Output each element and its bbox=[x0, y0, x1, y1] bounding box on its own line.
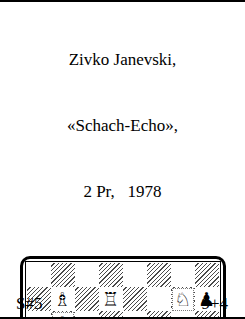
problem-header: Zivko Janevski, «Schach-Echo», 2 Pr, 197… bbox=[0, 0, 245, 247]
stipulation-label: S#5 bbox=[16, 294, 42, 314]
square-f8[interactable] bbox=[147, 263, 171, 287]
square-d8[interactable] bbox=[99, 263, 123, 287]
award-line: 2 Pr, 1978 bbox=[0, 181, 245, 203]
square-g8[interactable] bbox=[171, 263, 195, 287]
square-a8[interactable] bbox=[27, 263, 51, 287]
author-line: Zivko Janevski, bbox=[0, 49, 245, 71]
chess-problem-page: Zivko Janevski, «Schach-Echo», 2 Pr, 197… bbox=[0, 0, 245, 319]
square-b8[interactable] bbox=[51, 263, 75, 287]
source-line: «Schach-Echo», bbox=[0, 115, 245, 137]
material-count: 9+4 bbox=[201, 294, 228, 314]
caption-row: S#5 9+4 bbox=[0, 294, 245, 314]
top-rule bbox=[0, 0, 245, 2]
square-h8[interactable] bbox=[195, 263, 219, 287]
square-c8[interactable] bbox=[75, 263, 99, 287]
square-e8[interactable] bbox=[123, 263, 147, 287]
